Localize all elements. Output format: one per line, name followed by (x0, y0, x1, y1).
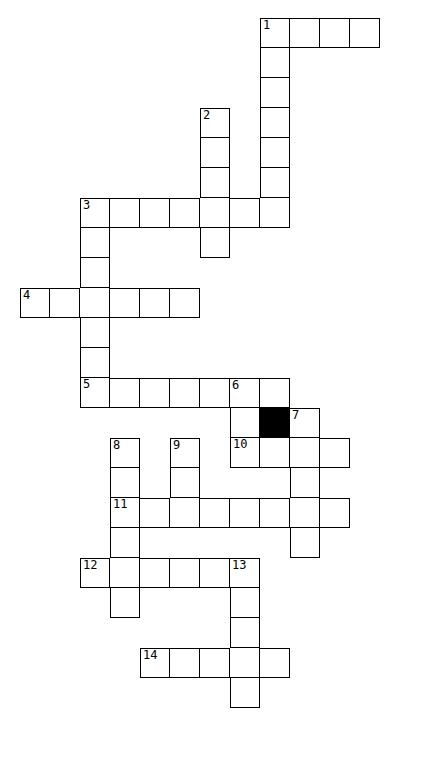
white-cell[interactable] (200, 138, 230, 168)
white-cell[interactable]: 1 (260, 18, 290, 48)
clue-number: 11 (113, 498, 127, 511)
crossword-grid: 1234567891011121314 (20, 18, 380, 708)
white-cell[interactable] (200, 228, 230, 258)
white-cell[interactable] (170, 558, 200, 588)
white-cell[interactable] (230, 648, 260, 678)
white-cell[interactable] (230, 498, 260, 528)
white-cell[interactable] (170, 198, 200, 228)
white-cell[interactable] (200, 558, 230, 588)
white-cell[interactable] (140, 198, 170, 228)
white-cell[interactable]: 9 (170, 438, 200, 468)
white-cell[interactable] (320, 438, 350, 468)
white-cell[interactable] (230, 588, 260, 618)
clue-number: 2 (203, 109, 210, 122)
clue-number: 10 (233, 438, 247, 451)
white-cell[interactable] (110, 588, 140, 618)
block-cell (260, 408, 290, 438)
clue-number: 1 (263, 19, 270, 32)
white-cell[interactable] (290, 18, 320, 48)
white-cell[interactable] (140, 288, 170, 318)
white-cell[interactable] (80, 318, 110, 348)
white-cell[interactable] (200, 648, 230, 678)
white-cell[interactable]: 7 (290, 408, 320, 438)
white-cell[interactable]: 12 (80, 558, 110, 588)
white-cell[interactable]: 2 (200, 108, 230, 138)
clue-number: 8 (113, 439, 120, 452)
white-cell[interactable] (80, 348, 110, 378)
white-cell[interactable] (260, 378, 290, 408)
white-cell[interactable] (80, 258, 110, 288)
clue-number: 3 (83, 199, 90, 212)
white-cell[interactable] (320, 498, 350, 528)
white-cell[interactable]: 3 (80, 198, 110, 228)
white-cell[interactable] (110, 288, 140, 318)
white-cell[interactable] (140, 558, 170, 588)
white-cell[interactable] (140, 378, 170, 408)
white-cell[interactable] (80, 228, 110, 258)
white-cell[interactable] (260, 438, 290, 468)
white-cell[interactable] (140, 498, 170, 528)
clue-number: 9 (173, 439, 180, 452)
white-cell[interactable] (170, 378, 200, 408)
white-cell[interactable] (290, 438, 320, 468)
white-cell[interactable] (230, 678, 260, 708)
white-cell[interactable] (260, 138, 290, 168)
clue-number: 14 (143, 649, 157, 662)
white-cell[interactable] (50, 288, 80, 318)
white-cell[interactable] (200, 378, 230, 408)
white-cell[interactable] (290, 468, 320, 498)
crossword-board: 1234567891011121314 (0, 0, 430, 760)
white-cell[interactable] (170, 648, 200, 678)
white-cell[interactable] (230, 198, 260, 228)
white-cell[interactable]: 13 (230, 558, 260, 588)
white-cell[interactable] (260, 108, 290, 138)
white-cell[interactable]: 11 (110, 498, 140, 528)
white-cell[interactable] (200, 168, 230, 198)
white-cell[interactable] (260, 48, 290, 78)
white-cell[interactable] (230, 618, 260, 648)
white-cell[interactable] (320, 18, 350, 48)
clue-number: 5 (83, 378, 90, 391)
clue-number: 4 (23, 289, 30, 302)
white-cell[interactable] (350, 18, 380, 48)
white-cell[interactable]: 10 (230, 438, 260, 468)
clue-number: 12 (83, 559, 97, 572)
white-cell[interactable]: 4 (20, 288, 50, 318)
white-cell[interactable] (230, 408, 260, 438)
white-cell[interactable] (260, 198, 290, 228)
white-cell[interactable] (110, 198, 140, 228)
white-cell[interactable] (110, 378, 140, 408)
white-cell[interactable] (170, 468, 200, 498)
clue-number: 6 (232, 379, 239, 392)
clue-number: 7 (292, 409, 299, 422)
clue-number: 13 (232, 559, 246, 572)
white-cell[interactable] (290, 498, 320, 528)
white-cell[interactable] (260, 78, 290, 108)
white-cell[interactable] (110, 468, 140, 498)
white-cell[interactable] (110, 558, 140, 588)
white-cell[interactable] (260, 168, 290, 198)
white-cell[interactable] (260, 648, 290, 678)
white-cell[interactable] (80, 288, 110, 318)
white-cell[interactable] (260, 498, 290, 528)
white-cell[interactable] (110, 528, 140, 558)
white-cell[interactable] (200, 198, 230, 228)
white-cell[interactable] (200, 498, 230, 528)
white-cell[interactable]: 5 (80, 378, 110, 408)
white-cell[interactable]: 14 (140, 648, 170, 678)
white-cell[interactable]: 6 (230, 378, 260, 408)
white-cell[interactable] (290, 528, 320, 558)
white-cell[interactable] (170, 288, 200, 318)
white-cell[interactable]: 8 (110, 438, 140, 468)
white-cell[interactable] (170, 498, 200, 528)
